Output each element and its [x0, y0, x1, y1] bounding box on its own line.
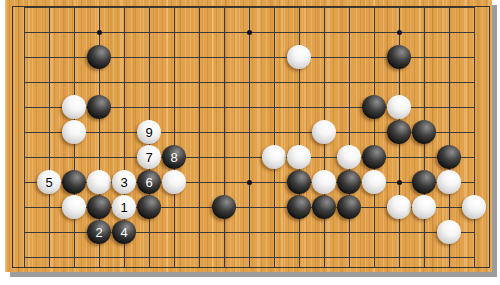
stone-black — [387, 45, 411, 69]
stone-white — [62, 120, 86, 144]
move-number-label: 1 — [120, 201, 127, 214]
stone-white: 9 — [137, 120, 161, 144]
stone-white — [162, 170, 186, 194]
grid-line-horizontal — [24, 82, 475, 83]
stone-white — [312, 170, 336, 194]
stone-black — [387, 120, 411, 144]
stone-white — [262, 145, 286, 169]
stone-black — [287, 195, 311, 219]
stone-white — [387, 95, 411, 119]
grid-line-horizontal — [24, 7, 475, 8]
stone-white — [287, 45, 311, 69]
grid-line-vertical — [349, 6, 350, 267]
stone-black — [87, 45, 111, 69]
star-point — [97, 30, 102, 35]
go-diagram-page: 862497531 — [0, 0, 500, 285]
stone-white — [437, 170, 461, 194]
stone-black — [362, 145, 386, 169]
stone-black: 2 — [87, 220, 111, 244]
grid-line-vertical — [49, 6, 50, 267]
stone-white — [387, 195, 411, 219]
stone-black — [137, 195, 161, 219]
move-number-label: 7 — [145, 151, 152, 164]
stone-black — [287, 170, 311, 194]
grid-line-horizontal — [24, 157, 475, 158]
stone-black — [337, 170, 361, 194]
stone-black — [437, 145, 461, 169]
move-number-label: 2 — [95, 226, 102, 239]
stone-white — [462, 195, 486, 219]
stone-white — [62, 95, 86, 119]
move-number-label: 4 — [120, 226, 127, 239]
stone-black — [212, 195, 236, 219]
grid-line-vertical — [249, 6, 250, 267]
stone-white — [87, 170, 111, 194]
grid-line-horizontal — [24, 257, 475, 258]
grid-line-vertical — [174, 6, 175, 267]
stone-black — [87, 95, 111, 119]
move-number-label: 6 — [145, 176, 152, 189]
stone-white — [437, 220, 461, 244]
stone-white: 3 — [112, 170, 136, 194]
stone-black: 4 — [112, 220, 136, 244]
stone-white — [62, 195, 86, 219]
star-point — [397, 180, 402, 185]
stone-black — [87, 195, 111, 219]
stone-white — [362, 170, 386, 194]
grid-line-vertical — [474, 6, 475, 267]
stone-black — [337, 195, 361, 219]
star-point — [247, 180, 252, 185]
move-number-label: 5 — [45, 176, 52, 189]
stone-white — [312, 120, 336, 144]
move-number-label: 3 — [120, 176, 127, 189]
stone-white — [287, 145, 311, 169]
stone-black — [62, 170, 86, 194]
stone-white — [337, 145, 361, 169]
stone-white: 7 — [137, 145, 161, 169]
star-point — [397, 30, 402, 35]
grid-line-vertical — [24, 6, 25, 267]
go-board[interactable]: 862497531 — [5, 0, 492, 272]
stone-black — [362, 95, 386, 119]
stone-black — [412, 170, 436, 194]
stone-black — [312, 195, 336, 219]
move-number-label: 9 — [145, 126, 152, 139]
stone-white: 1 — [112, 195, 136, 219]
star-point — [247, 30, 252, 35]
move-number-label: 8 — [170, 151, 177, 164]
grid-line-vertical — [224, 6, 225, 267]
stone-black: 8 — [162, 145, 186, 169]
grid-line-vertical — [199, 6, 200, 267]
grid-line-vertical — [374, 6, 375, 267]
stone-black: 6 — [137, 170, 161, 194]
stone-white: 5 — [37, 170, 61, 194]
stone-white — [412, 195, 436, 219]
stone-black — [412, 120, 436, 144]
grid-line-vertical — [274, 6, 275, 267]
